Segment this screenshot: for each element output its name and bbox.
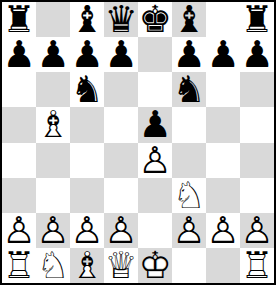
black-piece-glyph: ♚ bbox=[138, 2, 172, 37]
white-piece-fill: ♟ bbox=[70, 213, 104, 248]
black-piece-glyph: ♟ bbox=[240, 37, 274, 72]
white-piece-fill: ♟ bbox=[138, 143, 172, 178]
piece-white-knight[interactable]: ♞♘ bbox=[172, 178, 206, 213]
black-piece-glyph: ♟ bbox=[138, 107, 172, 142]
black-piece-glyph: ♞ bbox=[70, 72, 104, 107]
square-g5[interactable] bbox=[206, 107, 240, 142]
square-h4[interactable] bbox=[240, 143, 274, 178]
square-e3[interactable] bbox=[138, 178, 172, 213]
piece-white-bishop[interactable]: ♝♗ bbox=[36, 107, 70, 142]
square-d5[interactable] bbox=[104, 107, 138, 142]
piece-black-king[interactable]: ♚ bbox=[138, 2, 172, 37]
piece-black-bishop[interactable]: ♝ bbox=[70, 2, 104, 37]
square-h2[interactable]: ♟♙ bbox=[240, 213, 274, 248]
square-a5[interactable] bbox=[2, 107, 36, 142]
square-d3[interactable] bbox=[104, 178, 138, 213]
square-b7[interactable]: ♟ bbox=[36, 37, 70, 72]
white-piece-outline: ♖ bbox=[240, 248, 274, 283]
square-g4[interactable] bbox=[206, 143, 240, 178]
square-f6[interactable]: ♞ bbox=[172, 72, 206, 107]
square-d7[interactable]: ♟ bbox=[104, 37, 138, 72]
square-h8[interactable]: ♜ bbox=[240, 2, 274, 37]
piece-white-pawn[interactable]: ♟♙ bbox=[240, 213, 274, 248]
square-f4[interactable] bbox=[172, 143, 206, 178]
square-a2[interactable]: ♟♙ bbox=[2, 213, 36, 248]
black-piece-glyph: ♝ bbox=[172, 2, 206, 37]
piece-white-rook[interactable]: ♜♖ bbox=[2, 248, 36, 283]
white-piece-outline: ♙ bbox=[172, 213, 206, 248]
square-d8[interactable]: ♛ bbox=[104, 2, 138, 37]
piece-black-pawn[interactable]: ♟ bbox=[36, 37, 70, 72]
square-a7[interactable]: ♟ bbox=[2, 37, 36, 72]
piece-white-pawn[interactable]: ♟♙ bbox=[70, 213, 104, 248]
square-e7[interactable] bbox=[138, 37, 172, 72]
piece-black-pawn[interactable]: ♟ bbox=[240, 37, 274, 72]
square-c4[interactable] bbox=[70, 143, 104, 178]
white-piece-outline: ♗ bbox=[36, 107, 70, 142]
piece-white-pawn[interactable]: ♟♙ bbox=[104, 213, 138, 248]
black-piece-glyph: ♟ bbox=[2, 37, 36, 72]
square-b8[interactable] bbox=[36, 2, 70, 37]
black-piece-glyph: ♟ bbox=[104, 37, 138, 72]
square-f5[interactable] bbox=[172, 107, 206, 142]
piece-white-rook[interactable]: ♜♖ bbox=[240, 248, 274, 283]
square-h5[interactable] bbox=[240, 107, 274, 142]
square-f8[interactable]: ♝ bbox=[172, 2, 206, 37]
piece-white-bishop[interactable]: ♝♗ bbox=[70, 248, 104, 283]
white-piece-fill: ♝ bbox=[70, 248, 104, 283]
piece-white-pawn[interactable]: ♟♙ bbox=[138, 143, 172, 178]
square-h7[interactable]: ♟ bbox=[240, 37, 274, 72]
white-piece-outline: ♔ bbox=[138, 248, 172, 283]
piece-white-pawn[interactable]: ♟♙ bbox=[2, 213, 36, 248]
white-piece-outline: ♙ bbox=[138, 143, 172, 178]
square-e2[interactable] bbox=[138, 213, 172, 248]
square-c2[interactable]: ♟♙ bbox=[70, 213, 104, 248]
square-a6[interactable] bbox=[2, 72, 36, 107]
white-piece-outline: ♕ bbox=[104, 248, 138, 283]
square-c1[interactable]: ♝♗ bbox=[70, 248, 104, 283]
square-a1[interactable]: ♜♖ bbox=[2, 248, 36, 283]
square-g1[interactable] bbox=[206, 248, 240, 283]
white-piece-outline: ♙ bbox=[70, 213, 104, 248]
white-piece-outline: ♙ bbox=[240, 213, 274, 248]
black-piece-glyph: ♟ bbox=[36, 37, 70, 72]
piece-black-rook[interactable]: ♜ bbox=[240, 2, 274, 37]
white-piece-fill: ♝ bbox=[36, 107, 70, 142]
white-piece-fill: ♟ bbox=[36, 213, 70, 248]
piece-black-pawn[interactable]: ♟ bbox=[70, 37, 104, 72]
piece-white-queen[interactable]: ♛♕ bbox=[104, 248, 138, 283]
square-d4[interactable] bbox=[104, 143, 138, 178]
square-a3[interactable] bbox=[2, 178, 36, 213]
piece-black-rook[interactable]: ♜ bbox=[2, 2, 36, 37]
chess-board: ♜♝♛♚♝♜♟♟♟♟♟♟♟♞♞♝♗♟♟♙♞♘♟♙♟♙♟♙♟♙♟♙♟♙♟♙♜♖♞♘… bbox=[2, 2, 274, 283]
white-piece-fill: ♟ bbox=[2, 213, 36, 248]
piece-black-knight[interactable]: ♞ bbox=[172, 72, 206, 107]
black-piece-glyph: ♛ bbox=[104, 2, 138, 37]
square-g3[interactable] bbox=[206, 178, 240, 213]
square-f7[interactable]: ♟ bbox=[172, 37, 206, 72]
square-f1[interactable] bbox=[172, 248, 206, 283]
piece-black-bishop[interactable]: ♝ bbox=[172, 2, 206, 37]
square-g2[interactable]: ♟♙ bbox=[206, 213, 240, 248]
white-piece-fill: ♞ bbox=[172, 178, 206, 213]
black-piece-glyph: ♜ bbox=[2, 2, 36, 37]
piece-black-pawn[interactable]: ♟ bbox=[138, 107, 172, 142]
piece-black-pawn[interactable]: ♟ bbox=[206, 37, 240, 72]
square-e6[interactable] bbox=[138, 72, 172, 107]
square-d6[interactable] bbox=[104, 72, 138, 107]
square-b5[interactable]: ♝♗ bbox=[36, 107, 70, 142]
square-b4[interactable] bbox=[36, 143, 70, 178]
white-piece-fill: ♜ bbox=[2, 248, 36, 283]
piece-white-pawn[interactable]: ♟♙ bbox=[36, 213, 70, 248]
square-c3[interactable] bbox=[70, 178, 104, 213]
black-piece-glyph: ♟ bbox=[172, 37, 206, 72]
square-d2[interactable]: ♟♙ bbox=[104, 213, 138, 248]
square-c6[interactable]: ♞ bbox=[70, 72, 104, 107]
white-piece-fill: ♟ bbox=[104, 213, 138, 248]
white-piece-outline: ♙ bbox=[206, 213, 240, 248]
square-a4[interactable] bbox=[2, 143, 36, 178]
square-h6[interactable] bbox=[240, 72, 274, 107]
square-b3[interactable] bbox=[36, 178, 70, 213]
square-c7[interactable]: ♟ bbox=[70, 37, 104, 72]
white-piece-fill: ♚ bbox=[138, 248, 172, 283]
black-piece-glyph: ♟ bbox=[206, 37, 240, 72]
square-b6[interactable] bbox=[36, 72, 70, 107]
square-d1[interactable]: ♛♕ bbox=[104, 248, 138, 283]
white-piece-outline: ♘ bbox=[36, 248, 70, 283]
black-piece-glyph: ♟ bbox=[70, 37, 104, 72]
chess-board-frame: ♜♝♛♚♝♜♟♟♟♟♟♟♟♞♞♝♗♟♟♙♞♘♟♙♟♙♟♙♟♙♟♙♟♙♟♙♜♖♞♘… bbox=[0, 0, 276, 285]
white-piece-outline: ♙ bbox=[104, 213, 138, 248]
square-c8[interactable]: ♝ bbox=[70, 2, 104, 37]
piece-white-knight[interactable]: ♞♘ bbox=[36, 248, 70, 283]
piece-black-queen[interactable]: ♛ bbox=[104, 2, 138, 37]
white-piece-fill: ♟ bbox=[240, 213, 274, 248]
white-piece-fill: ♛ bbox=[104, 248, 138, 283]
black-piece-glyph: ♞ bbox=[172, 72, 206, 107]
black-piece-glyph: ♜ bbox=[240, 2, 274, 37]
white-piece-outline: ♙ bbox=[36, 213, 70, 248]
square-e5[interactable]: ♟ bbox=[138, 107, 172, 142]
square-c5[interactable] bbox=[70, 107, 104, 142]
piece-white-king[interactable]: ♚♔ bbox=[138, 248, 172, 283]
square-b2[interactable]: ♟♙ bbox=[36, 213, 70, 248]
white-piece-fill: ♟ bbox=[172, 213, 206, 248]
white-piece-fill: ♜ bbox=[240, 248, 274, 283]
white-piece-outline: ♖ bbox=[2, 248, 36, 283]
square-e4[interactable]: ♟♙ bbox=[138, 143, 172, 178]
piece-black-pawn[interactable]: ♟ bbox=[172, 37, 206, 72]
piece-white-pawn[interactable]: ♟♙ bbox=[206, 213, 240, 248]
white-piece-outline: ♙ bbox=[2, 213, 36, 248]
white-piece-outline: ♗ bbox=[70, 248, 104, 283]
square-e8[interactable]: ♚ bbox=[138, 2, 172, 37]
square-g8[interactable] bbox=[206, 2, 240, 37]
piece-black-knight[interactable]: ♞ bbox=[70, 72, 104, 107]
square-f2[interactable]: ♟♙ bbox=[172, 213, 206, 248]
piece-black-pawn[interactable]: ♟ bbox=[104, 37, 138, 72]
square-h3[interactable] bbox=[240, 178, 274, 213]
piece-black-pawn[interactable]: ♟ bbox=[2, 37, 36, 72]
square-a8[interactable]: ♜ bbox=[2, 2, 36, 37]
white-piece-fill: ♞ bbox=[36, 248, 70, 283]
square-f3[interactable]: ♞♘ bbox=[172, 178, 206, 213]
white-piece-outline: ♘ bbox=[172, 178, 206, 213]
square-g6[interactable] bbox=[206, 72, 240, 107]
black-piece-glyph: ♝ bbox=[70, 2, 104, 37]
square-h1[interactable]: ♜♖ bbox=[240, 248, 274, 283]
square-e1[interactable]: ♚♔ bbox=[138, 248, 172, 283]
piece-white-pawn[interactable]: ♟♙ bbox=[172, 213, 206, 248]
square-g7[interactable]: ♟ bbox=[206, 37, 240, 72]
square-b1[interactable]: ♞♘ bbox=[36, 248, 70, 283]
white-piece-fill: ♟ bbox=[206, 213, 240, 248]
